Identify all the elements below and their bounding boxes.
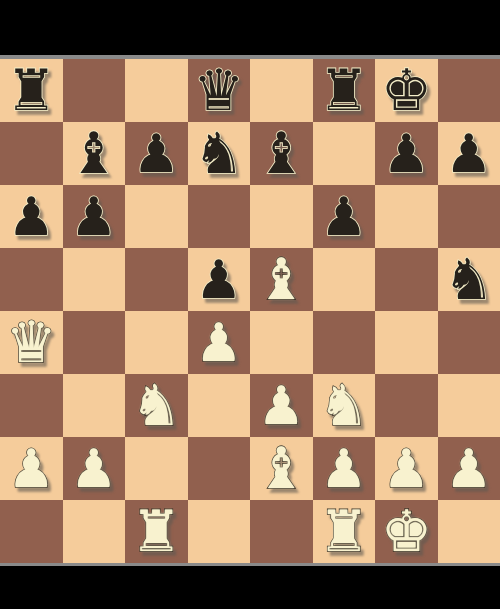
black-bishop[interactable]: ♝ [256,122,307,185]
black-pawn[interactable]: ♟ [132,122,180,185]
square-f5[interactable] [313,248,376,311]
square-e3[interactable]: ♟ [250,374,313,437]
black-queen[interactable]: ♛ [193,59,244,122]
square-b5[interactable] [63,248,126,311]
white-pawn[interactable]: ♟ [382,437,430,500]
black-king[interactable]: ♚ [381,59,432,122]
white-bishop[interactable]: ♝ [256,437,307,500]
white-rook[interactable]: ♜ [131,500,182,563]
square-a5[interactable] [0,248,63,311]
square-b3[interactable] [63,374,126,437]
square-c1[interactable]: ♜ [125,500,188,563]
square-a1[interactable] [0,500,63,563]
square-b1[interactable] [63,500,126,563]
square-c2[interactable] [125,437,188,500]
white-rook[interactable]: ♜ [318,500,369,563]
square-h5[interactable]: ♞ [438,248,500,311]
game-window: ♜♛♜♚♝♟♞♝♟♟♟♟♟♟♝♞♛♟♞♟♞♟♟♝♟♟♟♜♜♚ [0,0,500,609]
square-d8[interactable]: ♛ [188,59,251,122]
square-e6[interactable] [250,185,313,248]
square-f8[interactable]: ♜ [313,59,376,122]
square-h8[interactable] [438,59,500,122]
square-b2[interactable]: ♟ [63,437,126,500]
square-g6[interactable] [375,185,438,248]
white-pawn[interactable]: ♟ [70,437,118,500]
black-rook[interactable]: ♜ [6,59,57,122]
square-h1[interactable] [438,500,500,563]
square-h2[interactable]: ♟ [438,437,500,500]
white-pawn[interactable]: ♟ [320,437,368,500]
square-a7[interactable] [0,122,63,185]
black-pawn[interactable]: ♟ [195,248,243,311]
square-c6[interactable] [125,185,188,248]
square-a6[interactable]: ♟ [0,185,63,248]
black-pawn[interactable]: ♟ [382,122,430,185]
square-b4[interactable] [63,311,126,374]
square-f4[interactable] [313,311,376,374]
white-pawn[interactable]: ♟ [7,437,55,500]
square-g8[interactable]: ♚ [375,59,438,122]
square-g2[interactable]: ♟ [375,437,438,500]
black-knight[interactable]: ♞ [193,122,244,185]
square-e4[interactable] [250,311,313,374]
square-h4[interactable] [438,311,500,374]
white-pawn[interactable]: ♟ [445,437,493,500]
black-pawn[interactable]: ♟ [7,185,55,248]
square-e2[interactable]: ♝ [250,437,313,500]
square-d5[interactable]: ♟ [188,248,251,311]
square-f6[interactable]: ♟ [313,185,376,248]
square-b6[interactable]: ♟ [63,185,126,248]
square-h6[interactable] [438,185,500,248]
square-e1[interactable] [250,500,313,563]
black-bishop[interactable]: ♝ [68,122,119,185]
white-pawn[interactable]: ♟ [257,374,305,437]
square-d7[interactable]: ♞ [188,122,251,185]
square-a2[interactable]: ♟ [0,437,63,500]
square-d6[interactable] [188,185,251,248]
square-f2[interactable]: ♟ [313,437,376,500]
square-g3[interactable] [375,374,438,437]
square-d3[interactable] [188,374,251,437]
black-pawn[interactable]: ♟ [445,122,493,185]
square-e8[interactable] [250,59,313,122]
black-pawn[interactable]: ♟ [70,185,118,248]
black-knight[interactable]: ♞ [443,248,494,311]
square-c3[interactable]: ♞ [125,374,188,437]
black-rook[interactable]: ♜ [318,59,369,122]
square-d2[interactable] [188,437,251,500]
square-c8[interactable] [125,59,188,122]
square-h3[interactable] [438,374,500,437]
black-pawn[interactable]: ♟ [320,185,368,248]
square-f7[interactable] [313,122,376,185]
white-king[interactable]: ♚ [381,500,432,563]
square-a3[interactable] [0,374,63,437]
square-f3[interactable]: ♞ [313,374,376,437]
square-c5[interactable] [125,248,188,311]
square-c7[interactable]: ♟ [125,122,188,185]
white-knight[interactable]: ♞ [318,374,369,437]
square-a4[interactable]: ♛ [0,311,63,374]
square-e7[interactable]: ♝ [250,122,313,185]
square-d4[interactable]: ♟ [188,311,251,374]
square-d1[interactable] [188,500,251,563]
square-c4[interactable] [125,311,188,374]
square-e5[interactable]: ♝ [250,248,313,311]
square-g1[interactable]: ♚ [375,500,438,563]
chess-board: ♜♛♜♚♝♟♞♝♟♟♟♟♟♟♝♞♛♟♞♟♞♟♟♝♟♟♟♜♜♚ [0,59,500,563]
square-b8[interactable] [63,59,126,122]
square-a8[interactable]: ♜ [0,59,63,122]
white-knight[interactable]: ♞ [131,374,182,437]
square-f1[interactable]: ♜ [313,500,376,563]
white-queen[interactable]: ♛ [6,311,57,374]
square-h7[interactable]: ♟ [438,122,500,185]
square-b7[interactable]: ♝ [63,122,126,185]
square-g7[interactable]: ♟ [375,122,438,185]
square-g4[interactable] [375,311,438,374]
white-pawn[interactable]: ♟ [195,311,243,374]
white-bishop[interactable]: ♝ [256,248,307,311]
square-g5[interactable] [375,248,438,311]
